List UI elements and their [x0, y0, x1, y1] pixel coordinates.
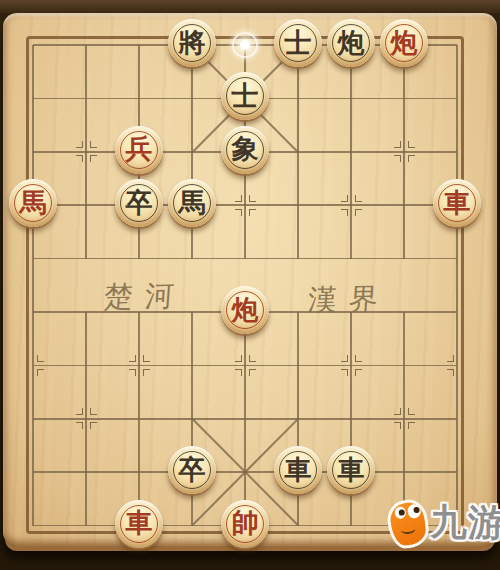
point-marker	[37, 369, 44, 376]
point-marker	[394, 422, 401, 429]
point-marker	[235, 369, 242, 376]
grid-file-line	[138, 312, 140, 526]
point-marker	[143, 369, 150, 376]
point-marker	[341, 369, 348, 376]
piece-black-chariot[interactable]: 車	[274, 446, 322, 494]
piece-red-cannon[interactable]: 炮	[221, 286, 269, 334]
river-label-right: 漢界	[283, 279, 416, 321]
last-move-indicator	[232, 32, 258, 58]
point-marker	[249, 209, 256, 216]
piece-character: 車	[285, 456, 312, 483]
point-marker	[129, 369, 136, 376]
point-marker	[76, 422, 83, 429]
piece-character: 馬	[179, 189, 206, 216]
point-marker	[90, 155, 97, 162]
piece-character: 象	[232, 135, 259, 162]
point-marker	[341, 355, 348, 362]
top-bar	[0, 0, 500, 13]
piece-red-chariot[interactable]: 車	[115, 500, 163, 548]
piece-red-cannon[interactable]: 炮	[380, 19, 428, 67]
point-marker	[394, 408, 401, 415]
point-marker	[76, 408, 83, 415]
grid-file-line	[85, 312, 87, 526]
point-marker	[447, 355, 454, 362]
point-marker	[394, 141, 401, 148]
piece-red-chariot[interactable]: 車	[433, 179, 481, 227]
point-marker	[90, 141, 97, 148]
point-marker	[37, 355, 44, 362]
watermark-text: 九游	[430, 498, 500, 548]
point-marker	[235, 355, 242, 362]
grid-file-line	[244, 312, 246, 526]
point-marker	[249, 369, 256, 376]
piece-character: 士	[285, 29, 312, 56]
piece-black-advisor[interactable]: 士	[274, 19, 322, 67]
point-marker	[129, 355, 136, 362]
mascot-eye-icon	[407, 504, 421, 519]
point-marker	[76, 155, 83, 162]
point-marker	[355, 195, 362, 202]
point-marker	[355, 209, 362, 216]
piece-character: 卒	[179, 456, 206, 483]
point-marker	[90, 408, 97, 415]
piece-red-general[interactable]: 帥	[221, 500, 269, 548]
piece-character: 兵	[126, 135, 153, 162]
point-marker	[143, 355, 150, 362]
piece-character: 車	[444, 189, 471, 216]
point-marker	[408, 141, 415, 148]
point-marker	[341, 195, 348, 202]
piece-black-horse[interactable]: 馬	[168, 179, 216, 227]
piece-character: 帥	[232, 509, 259, 536]
point-marker	[408, 422, 415, 429]
piece-character: 炮	[338, 29, 365, 56]
piece-black-cannon[interactable]: 炮	[327, 19, 375, 67]
piece-black-elephant[interactable]: 象	[221, 126, 269, 174]
mascot-eye-icon	[394, 506, 406, 519]
point-marker	[76, 141, 83, 148]
piece-black-general[interactable]: 將	[168, 19, 216, 67]
grid-file-line	[32, 45, 34, 526]
piece-character: 炮	[232, 296, 259, 323]
point-marker	[355, 355, 362, 362]
point-marker	[341, 209, 348, 216]
piece-character: 士	[232, 82, 259, 109]
piece-red-soldier[interactable]: 兵	[115, 126, 163, 174]
point-marker	[235, 209, 242, 216]
point-marker	[355, 369, 362, 376]
piece-red-horse[interactable]: 馬	[9, 179, 57, 227]
watermark: 九游	[380, 492, 500, 558]
piece-character: 卒	[126, 189, 153, 216]
point-marker	[408, 155, 415, 162]
point-marker	[90, 422, 97, 429]
piece-character: 馬	[20, 189, 47, 216]
point-marker	[394, 155, 401, 162]
piece-character: 炮	[391, 29, 418, 56]
grid-file-line	[350, 45, 352, 259]
piece-black-soldier[interactable]: 卒	[115, 179, 163, 227]
river-label-left: 楚河	[79, 276, 212, 318]
point-marker	[235, 195, 242, 202]
piece-character: 車	[126, 509, 153, 536]
game-screen: 楚河 漢界 將士炮炮士兵象馬卒馬車炮卒車車車帥 九游	[0, 0, 500, 570]
mascot-smile-icon	[400, 523, 416, 535]
point-marker	[249, 355, 256, 362]
point-marker	[249, 195, 256, 202]
piece-black-chariot[interactable]: 車	[327, 446, 375, 494]
grid-file-line	[456, 45, 458, 526]
piece-character: 車	[338, 456, 365, 483]
grid-file-line	[403, 45, 405, 259]
piece-character: 將	[179, 29, 206, 56]
jiuyou-mascot-icon	[386, 498, 431, 550]
point-marker	[408, 408, 415, 415]
grid-file-line	[85, 45, 87, 259]
point-marker	[447, 369, 454, 376]
piece-black-soldier[interactable]: 卒	[168, 446, 216, 494]
